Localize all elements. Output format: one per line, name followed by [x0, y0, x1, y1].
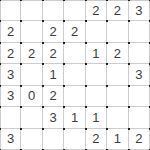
cell-r1c3[interactable] [43, 0, 64, 21]
cell-r3c3[interactable]: 2 [43, 43, 64, 64]
cell-r1c2[interactable] [21, 0, 42, 21]
clue-number: 2 [114, 4, 121, 17]
cell-r1c7[interactable]: 3 [129, 0, 150, 21]
cell-r6c2[interactable] [21, 107, 42, 128]
clue-number: 3 [7, 132, 14, 145]
cell-r6c7[interactable] [129, 107, 150, 128]
cell-r7c2[interactable] [21, 129, 42, 150]
cell-r4c4[interactable] [64, 64, 85, 85]
cell-r2c4[interactable]: 2 [64, 21, 85, 42]
cell-r2c6[interactable] [107, 21, 128, 42]
clue-number: 3 [7, 89, 14, 102]
clue-number: 3 [49, 111, 56, 124]
clue-number: 2 [92, 132, 99, 145]
clue-number: 3 [135, 4, 142, 17]
cell-r6c1[interactable] [0, 107, 21, 128]
clue-number: 2 [114, 47, 121, 60]
cell-r7c3[interactable] [43, 129, 64, 150]
cell-r5c1[interactable]: 3 [0, 86, 21, 107]
clue-number: 2 [7, 47, 14, 60]
cell-r5c4[interactable] [64, 86, 85, 107]
cell-r2c1[interactable]: 2 [0, 21, 21, 42]
cell-r6c5[interactable]: 1 [86, 107, 107, 128]
clue-number: 3 [7, 68, 14, 81]
cell-r3c5[interactable]: 1 [86, 43, 107, 64]
cell-r2c5[interactable] [86, 21, 107, 42]
cell-r1c5[interactable]: 2 [86, 0, 107, 21]
cell-r7c7[interactable]: 2 [129, 129, 150, 150]
clue-number: 1 [114, 132, 121, 145]
cell-r7c5[interactable]: 2 [86, 129, 107, 150]
clue-number: 2 [135, 132, 142, 145]
cell-r5c2[interactable]: 0 [21, 86, 42, 107]
cell-r6c6[interactable] [107, 107, 128, 128]
cell-r2c7[interactable] [129, 21, 150, 42]
clue-number: 2 [49, 89, 56, 102]
clue-number: 2 [71, 25, 78, 38]
clue-number: 2 [49, 25, 56, 38]
clue-number: 1 [92, 47, 99, 60]
cell-r3c2[interactable]: 2 [21, 43, 42, 64]
cell-r3c1[interactable]: 2 [0, 43, 21, 64]
cell-r7c6[interactable]: 1 [107, 129, 128, 150]
cell-r7c4[interactable] [64, 129, 85, 150]
clue-number: 2 [7, 25, 14, 38]
cell-r4c6[interactable] [107, 64, 128, 85]
cell-r2c3[interactable]: 2 [43, 21, 64, 42]
cell-r4c2[interactable] [21, 64, 42, 85]
cell-r3c7[interactable] [129, 43, 150, 64]
cell-r4c1[interactable]: 3 [0, 64, 21, 85]
clue-number: 2 [92, 4, 99, 17]
cell-r5c6[interactable] [107, 86, 128, 107]
cell-r2c2[interactable] [21, 21, 42, 42]
slitherlink-board: 223222222123133023113212 [0, 0, 150, 150]
clue-number: 0 [28, 89, 35, 102]
clue-number: 1 [92, 111, 99, 124]
clue-number: 2 [28, 47, 35, 60]
cell-r4c3[interactable]: 1 [43, 64, 64, 85]
cell-r7c1[interactable]: 3 [0, 129, 21, 150]
cell-r5c5[interactable] [86, 86, 107, 107]
clue-number: 1 [71, 111, 78, 124]
cell-r1c4[interactable] [64, 0, 85, 21]
clue-number: 2 [49, 47, 56, 60]
cell-r1c1[interactable] [0, 0, 21, 21]
cell-r4c5[interactable] [86, 64, 107, 85]
cell-r6c4[interactable]: 1 [64, 107, 85, 128]
clue-number: 3 [135, 68, 142, 81]
cell-r5c7[interactable] [129, 86, 150, 107]
clue-number: 1 [49, 68, 56, 81]
cell-r3c6[interactable]: 2 [107, 43, 128, 64]
cell-r1c6[interactable]: 2 [107, 0, 128, 21]
cell-r3c4[interactable] [64, 43, 85, 64]
cell-r6c3[interactable]: 3 [43, 107, 64, 128]
cell-r5c3[interactable]: 2 [43, 86, 64, 107]
cell-r4c7[interactable]: 3 [129, 64, 150, 85]
